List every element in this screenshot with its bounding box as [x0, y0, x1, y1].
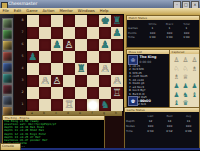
- cell-value: 1:00: [161, 35, 178, 40]
- white-pawn-d6[interactable]: ♙: [63, 39, 75, 51]
- title-bar: Chessmaster –□×: [0, 0, 200, 8]
- captured-black-piece: ♟: [181, 82, 190, 91]
- square-a5[interactable]: ♟: [27, 51, 39, 63]
- cell-value: 1:00: [144, 35, 161, 40]
- row-label: Time: [128, 35, 144, 40]
- square-e2[interactable]: [75, 87, 87, 99]
- square-b2[interactable]: [39, 87, 51, 99]
- square-c3[interactable]: ♙: [51, 75, 63, 87]
- cell-value: 1:00: [178, 35, 195, 40]
- square-f3[interactable]: [87, 75, 99, 87]
- setup-icon[interactable]: [2, 40, 13, 51]
- square-f7[interactable]: [87, 27, 99, 39]
- square-h4[interactable]: [111, 63, 123, 75]
- rank-label-5: 5: [20, 50, 25, 62]
- square-c1[interactable]: [51, 99, 63, 111]
- square-c8[interactable]: [51, 15, 63, 27]
- move-list-panel: Move List ♔ The King 0:00:00 1. c4 c52. …: [126, 49, 170, 108]
- square-g3[interactable]: [99, 75, 111, 87]
- captured-white-piece: ♘: [181, 65, 190, 74]
- square-e1[interactable]: [75, 99, 87, 111]
- captured-black-piece: ♟: [172, 91, 181, 100]
- rank-label-1: 1: [20, 98, 25, 110]
- square-h8[interactable]: ♜: [111, 15, 123, 27]
- square-e3[interactable]: [75, 75, 87, 87]
- white-rook-d1[interactable]: ♖: [63, 99, 75, 111]
- square-e8[interactable]: [75, 15, 87, 27]
- square-g4[interactable]: ♙: [99, 63, 111, 75]
- rank-label-2: 2: [20, 86, 25, 98]
- black-king-g8[interactable]: ♚: [99, 15, 111, 27]
- captured-black-piece: ♞: [181, 91, 190, 100]
- square-a7[interactable]: [27, 27, 39, 39]
- minimized-window-bar[interactable]: Console: [0, 143, 21, 150]
- player-piece-icon-bottom: ♚: [128, 96, 138, 106]
- square-g7[interactable]: [99, 27, 111, 39]
- square-b3[interactable]: ♙: [39, 75, 51, 87]
- square-a2[interactable]: [27, 87, 39, 99]
- square-d3[interactable]: [63, 75, 75, 87]
- square-c5[interactable]: [51, 51, 63, 63]
- captured-white-piece: ♙: [190, 56, 199, 65]
- square-c7[interactable]: [51, 27, 63, 39]
- captured-white-piece: ♙: [172, 56, 181, 65]
- player-clock-bottom: 00:00: [140, 99, 151, 103]
- square-d2[interactable]: [63, 87, 75, 99]
- player-name: The King: [140, 55, 157, 60]
- match-status-panel: Match Status WhiteBlackTotalGames111Poin…: [126, 15, 200, 48]
- square-h1[interactable]: [111, 99, 123, 111]
- black-pawn-g6[interactable]: ♟: [99, 39, 111, 51]
- square-a8[interactable]: [27, 15, 39, 27]
- chess-board: ♚♜♟♟♙♟♟♜♙♙♙♙♖♖♔♞: [26, 14, 124, 112]
- captured-black-piece: ♟: [172, 82, 181, 91]
- square-d7[interactable]: [63, 27, 75, 39]
- white-pawn-c3[interactable]: ♙: [51, 75, 63, 87]
- square-d1[interactable]: ♖: [63, 99, 75, 111]
- square-b7[interactable]: [39, 27, 51, 39]
- white-pawn-b3[interactable]: ♙: [39, 75, 51, 87]
- row-label: Time: [126, 129, 141, 134]
- square-a6[interactable]: [27, 39, 39, 51]
- square-b6[interactable]: [39, 39, 51, 51]
- square-g6[interactable]: ♟: [99, 39, 111, 51]
- square-g5[interactable]: [99, 51, 111, 63]
- white-pawn-g4[interactable]: ♙: [99, 63, 111, 75]
- player-clock-top: 0:00:00: [140, 60, 157, 64]
- file-label-h: h: [110, 111, 122, 116]
- square-e6[interactable]: [75, 39, 87, 51]
- bottom-edge-strip: [0, 148, 200, 151]
- square-f2[interactable]: [87, 87, 99, 99]
- black-rook-e4[interactable]: ♜: [75, 63, 87, 75]
- square-b5[interactable]: [39, 51, 51, 63]
- chess-app-window: Chessmaster –□× FileEditGameActionMentor…: [0, 0, 200, 150]
- square-h5[interactable]: [111, 51, 123, 63]
- square-d4[interactable]: [63, 63, 75, 75]
- captured-black-piece: ♟: [190, 82, 199, 91]
- square-c2[interactable]: [51, 87, 63, 99]
- square-h3[interactable]: ♙: [111, 75, 123, 87]
- mentor-icon[interactable]: [2, 62, 13, 73]
- square-a1[interactable]: [27, 99, 39, 111]
- captured-white-piece: ♕: [181, 73, 190, 82]
- rank-label-4: 4: [20, 62, 25, 74]
- database-icon[interactable]: [2, 84, 13, 95]
- square-d6[interactable]: ♙: [63, 39, 75, 51]
- square-d5[interactable]: [63, 51, 75, 63]
- right-panel-column: Match Status WhiteBlackTotalGames111Poin…: [124, 14, 200, 150]
- square-h6[interactable]: [111, 39, 123, 51]
- player-card-bottom: ♚ 00:00: [128, 96, 151, 106]
- rank-label-7: 7: [20, 26, 25, 38]
- black-rook-h8[interactable]: ♜: [111, 15, 123, 27]
- square-g1[interactable]: ♞: [99, 99, 111, 111]
- square-g2[interactable]: [99, 87, 111, 99]
- captured-white-piece: ♗: [190, 65, 199, 74]
- cell-value: 0:12: [160, 129, 179, 134]
- white-pawn-h3[interactable]: ♙: [111, 75, 123, 87]
- square-f5[interactable]: [87, 51, 99, 63]
- match-status-table: WhiteBlackTotalGames111Points100100100Ti…: [127, 20, 199, 41]
- captured-white-piece: ♙: [181, 56, 190, 65]
- cell-value: 0:09: [179, 129, 198, 134]
- square-g8[interactable]: ♚: [99, 15, 111, 27]
- captured-white-piece: ♘: [172, 65, 181, 74]
- square-b4[interactable]: [39, 63, 51, 75]
- white-rook-h2[interactable]: ♖: [111, 87, 123, 99]
- square-c4[interactable]: [51, 63, 63, 75]
- square-h2[interactable]: ♖: [111, 87, 123, 99]
- square-e4[interactable]: ♜: [75, 63, 87, 75]
- square-a3[interactable]: [27, 75, 39, 87]
- square-e5[interactable]: [75, 51, 87, 63]
- white-king-f1[interactable]: ♔: [87, 99, 99, 111]
- square-a4[interactable]: [27, 63, 39, 75]
- game-status-table: LastBestAvgDepth121411Nodes100100100Time…: [125, 112, 199, 136]
- tournament-icon[interactable]: [2, 73, 13, 84]
- rank-label-6: 6: [20, 38, 25, 50]
- square-f4[interactable]: [87, 63, 99, 75]
- spacer: [190, 73, 199, 82]
- square-b1[interactable]: [39, 99, 51, 111]
- game-status-panel: Game Status LastBestAvgDepth121411Nodes1…: [124, 107, 200, 150]
- engine-icon[interactable]: [2, 95, 13, 106]
- move-list-title: Move List: [127, 50, 169, 54]
- captured-black-piece: ♝: [190, 91, 199, 100]
- window-title: Chessmaster: [8, 0, 37, 8]
- square-c6[interactable]: ♟: [51, 39, 63, 51]
- black-knight-g1[interactable]: ♞: [99, 99, 111, 111]
- square-f6[interactable]: [87, 39, 99, 51]
- captured-pieces-grid: ♙♙♙♘♘♗♗♕♟♟♟♟♞♝♝♛: [170, 54, 199, 108]
- square-f1[interactable]: ♔: [87, 99, 99, 111]
- rank-label-8: 8: [20, 14, 25, 26]
- square-b8[interactable]: [39, 15, 51, 27]
- square-e7[interactable]: [75, 27, 87, 39]
- cell-value: 0:10: [141, 129, 160, 134]
- black-pawn-c6[interactable]: ♟: [51, 39, 63, 51]
- captured-white-piece: ♗: [172, 73, 181, 82]
- square-d8[interactable]: [63, 15, 75, 27]
- new-game-icon[interactable]: [2, 18, 13, 29]
- captured-pieces-panel: Captured ♙♙♙♘♘♗♗♕♟♟♟♟♞♝♝♛: [169, 49, 200, 108]
- board-icon[interactable]: [2, 29, 13, 40]
- rank-label-3: 3: [20, 74, 25, 86]
- square-h7[interactable]: ♟: [111, 27, 123, 39]
- library-icon[interactable]: [2, 51, 13, 62]
- black-pawn-h7[interactable]: ♟: [111, 27, 123, 39]
- black-pawn-a5[interactable]: ♟: [27, 51, 39, 63]
- square-f8[interactable]: [87, 15, 99, 27]
